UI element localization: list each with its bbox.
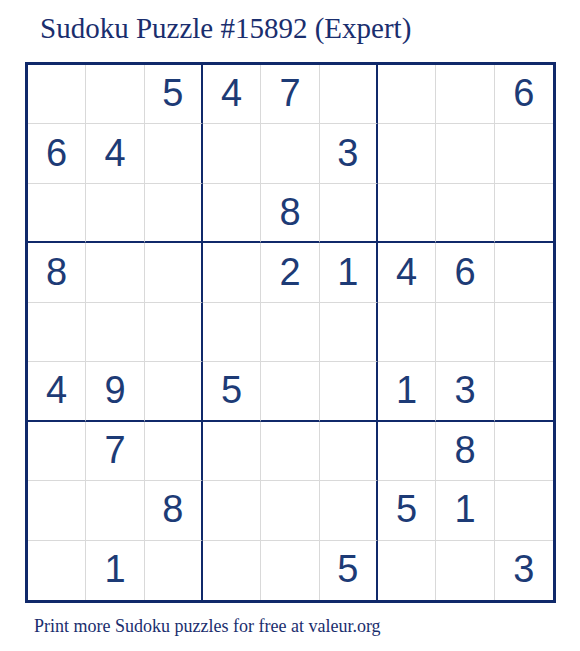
cell-r8c6-empty[interactable] [320,481,378,540]
cell-r2c6-given[interactable]: 3 [320,124,378,183]
cell-r3c4-empty[interactable] [203,184,261,243]
cell-r7c3-empty[interactable] [145,422,203,481]
cell-r3c2-empty[interactable] [86,184,144,243]
cell-r5c4-empty[interactable] [203,303,261,362]
cell-r4c1-given[interactable]: 8 [28,243,86,302]
cell-r4c8-given[interactable]: 6 [436,243,494,302]
cell-r6c5-empty[interactable] [261,362,319,421]
cell-r1c5-given[interactable]: 7 [261,65,319,124]
cell-r3c7-empty[interactable] [378,184,436,243]
cell-r7c1-empty[interactable] [28,422,86,481]
cell-r8c3-given[interactable]: 8 [145,481,203,540]
cell-r1c8-empty[interactable] [436,65,494,124]
cell-r9c4-empty[interactable] [203,541,261,600]
cell-r7c4-empty[interactable] [203,422,261,481]
cell-r7c2-given[interactable]: 7 [86,422,144,481]
cell-r5c6-empty[interactable] [320,303,378,362]
cell-r8c9-empty[interactable] [495,481,553,540]
cell-r8c8-given[interactable]: 1 [436,481,494,540]
cell-r7c5-empty[interactable] [261,422,319,481]
cell-r2c5-empty[interactable] [261,124,319,183]
cell-r6c8-given[interactable]: 3 [436,362,494,421]
cell-r7c7-empty[interactable] [378,422,436,481]
cell-r4c2-empty[interactable] [86,243,144,302]
cell-r8c1-empty[interactable] [28,481,86,540]
cell-r6c6-empty[interactable] [320,362,378,421]
cell-r6c3-empty[interactable] [145,362,203,421]
cell-r9c2-given[interactable]: 1 [86,541,144,600]
cell-r1c7-empty[interactable] [378,65,436,124]
cell-r9c9-given[interactable]: 3 [495,541,553,600]
cell-r1c1-empty[interactable] [28,65,86,124]
cell-r5c3-empty[interactable] [145,303,203,362]
cell-r3c6-empty[interactable] [320,184,378,243]
cell-r1c6-empty[interactable] [320,65,378,124]
cell-r7c6-empty[interactable] [320,422,378,481]
cell-r7c9-empty[interactable] [495,422,553,481]
cell-r4c7-given[interactable]: 4 [378,243,436,302]
cell-r5c7-empty[interactable] [378,303,436,362]
cell-r4c3-empty[interactable] [145,243,203,302]
cell-r2c2-given[interactable]: 4 [86,124,144,183]
cell-r8c4-empty[interactable] [203,481,261,540]
cell-r1c9-given[interactable]: 6 [495,65,553,124]
cell-r2c9-empty[interactable] [495,124,553,183]
cell-r9c8-empty[interactable] [436,541,494,600]
cell-r9c3-empty[interactable] [145,541,203,600]
cell-r9c5-empty[interactable] [261,541,319,600]
cell-r6c2-given[interactable]: 9 [86,362,144,421]
cell-r4c9-empty[interactable] [495,243,553,302]
page-title: Sudoku Puzzle #15892 (Expert) [40,12,411,45]
cell-r2c4-empty[interactable] [203,124,261,183]
cell-r5c1-empty[interactable] [28,303,86,362]
cell-r2c3-empty[interactable] [145,124,203,183]
cell-r5c9-empty[interactable] [495,303,553,362]
cell-r4c6-given[interactable]: 1 [320,243,378,302]
cell-r5c8-empty[interactable] [436,303,494,362]
cell-r3c5-given[interactable]: 8 [261,184,319,243]
cell-r1c2-empty[interactable] [86,65,144,124]
cell-r6c7-given[interactable]: 1 [378,362,436,421]
cell-r1c3-given[interactable]: 5 [145,65,203,124]
cell-r3c1-empty[interactable] [28,184,86,243]
sudoku-board: 54766438821464951378851153 [25,62,556,603]
cell-r3c9-empty[interactable] [495,184,553,243]
cell-r8c7-given[interactable]: 5 [378,481,436,540]
cell-r9c7-empty[interactable] [378,541,436,600]
cell-r3c8-empty[interactable] [436,184,494,243]
cell-r2c8-empty[interactable] [436,124,494,183]
cell-r3c3-empty[interactable] [145,184,203,243]
cell-r2c7-empty[interactable] [378,124,436,183]
cell-r8c2-empty[interactable] [86,481,144,540]
cell-r6c1-given[interactable]: 4 [28,362,86,421]
cell-r6c9-empty[interactable] [495,362,553,421]
cell-r4c4-empty[interactable] [203,243,261,302]
cell-r5c2-empty[interactable] [86,303,144,362]
cell-r8c5-empty[interactable] [261,481,319,540]
footer-text: Print more Sudoku puzzles for free at va… [34,616,381,637]
cell-r2c1-given[interactable]: 6 [28,124,86,183]
cell-r9c1-empty[interactable] [28,541,86,600]
cell-r7c8-given[interactable]: 8 [436,422,494,481]
cell-r9c6-given[interactable]: 5 [320,541,378,600]
cell-r6c4-given[interactable]: 5 [203,362,261,421]
cell-r4c5-given[interactable]: 2 [261,243,319,302]
cell-r5c5-empty[interactable] [261,303,319,362]
cell-r1c4-given[interactable]: 4 [203,65,261,124]
